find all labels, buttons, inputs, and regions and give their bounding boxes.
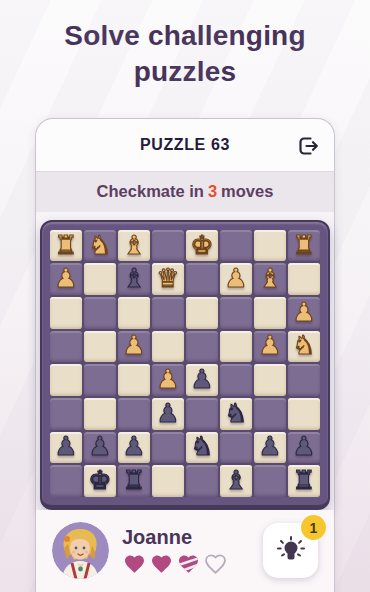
square-g4[interactable] <box>84 331 116 363</box>
square-e8[interactable] <box>152 465 184 497</box>
square-a4[interactable]: ♞ <box>288 331 320 363</box>
goal-moves-count: 3 <box>208 182 217 201</box>
black-pawn-piece: ♟ <box>156 400 179 426</box>
square-e6[interactable]: ♟ <box>152 398 184 430</box>
square-d8[interactable] <box>186 465 218 497</box>
goal-text-suffix: moves <box>221 182 273 201</box>
lightbulb-icon <box>274 534 308 568</box>
square-e2[interactable]: ♛ <box>152 263 184 295</box>
chess-board: ♜♞♝♚♜♟♝♛♟♝♟♟♟♞♟♟♟♞♟♟♟♞♟♟♚♜♝♜ <box>40 220 330 510</box>
white-pawn-piece: ♟ <box>122 332 145 358</box>
black-knight-piece: ♞ <box>224 400 247 426</box>
square-a6[interactable] <box>288 398 320 430</box>
square-b6[interactable] <box>254 398 286 430</box>
page-title-line1: Solve challenging <box>10 18 360 54</box>
black-bishop-piece: ♝ <box>122 265 145 291</box>
puzzle-number-label: PUZZLE 63 <box>140 136 230 154</box>
square-d7[interactable]: ♞ <box>186 432 218 464</box>
heart-filled-icon <box>122 552 147 575</box>
square-b1[interactable] <box>254 230 286 262</box>
goal-text-prefix: Checkmate in <box>97 182 204 201</box>
square-h4[interactable] <box>50 331 82 363</box>
square-f4[interactable]: ♟ <box>118 331 150 363</box>
square-b3[interactable] <box>254 297 286 329</box>
white-knight-piece: ♞ <box>292 332 315 358</box>
black-pawn-piece: ♟ <box>54 433 77 459</box>
board-section: ♜♞♝♚♜♟♝♛♟♝♟♟♟♞♟♟♟♞♟♟♟♞♟♟♚♜♝♜ <box>36 212 334 510</box>
white-rook-piece: ♜ <box>292 232 315 258</box>
square-h6[interactable] <box>50 398 82 430</box>
square-g7[interactable]: ♟ <box>84 432 116 464</box>
square-e1[interactable] <box>152 230 184 262</box>
white-pawn-piece: ♟ <box>258 332 281 358</box>
black-king-piece: ♚ <box>88 467 111 493</box>
square-a1[interactable]: ♜ <box>288 230 320 262</box>
white-knight-piece: ♞ <box>88 232 111 258</box>
square-a8[interactable]: ♜ <box>288 465 320 497</box>
square-f2[interactable]: ♝ <box>118 263 150 295</box>
heart-filled-icon <box>149 552 174 575</box>
square-f6[interactable] <box>118 398 150 430</box>
black-pawn-piece: ♟ <box>258 433 281 459</box>
black-pawn-piece: ♟ <box>88 433 111 459</box>
square-e5[interactable]: ♟ <box>152 364 184 396</box>
square-b8[interactable] <box>254 465 286 497</box>
black-pawn-piece: ♟ <box>190 366 213 392</box>
page-title-line2: puzzles <box>10 54 360 90</box>
app-screen: { "page": { "title_line1": "Solve challe… <box>0 0 370 592</box>
square-d5[interactable]: ♟ <box>186 364 218 396</box>
player-info: Joanne <box>122 526 228 575</box>
page-title: Solve challenging puzzles <box>10 18 360 90</box>
square-d6[interactable] <box>186 398 218 430</box>
square-b4[interactable]: ♟ <box>254 331 286 363</box>
lives-hearts <box>122 552 228 575</box>
heart-empty-icon <box>203 552 228 575</box>
square-b7[interactable]: ♟ <box>254 432 286 464</box>
heart-striped-icon <box>176 552 201 575</box>
square-d4[interactable] <box>186 331 218 363</box>
square-c8[interactable]: ♝ <box>220 465 252 497</box>
square-h5[interactable] <box>50 364 82 396</box>
black-pawn-piece: ♟ <box>122 433 145 459</box>
square-f5[interactable] <box>118 364 150 396</box>
square-g8[interactable]: ♚ <box>84 465 116 497</box>
white-bishop-piece: ♝ <box>122 232 145 258</box>
square-a2[interactable] <box>288 263 320 295</box>
square-c6[interactable]: ♞ <box>220 398 252 430</box>
square-f7[interactable]: ♟ <box>118 432 150 464</box>
square-h1[interactable]: ♜ <box>50 230 82 262</box>
white-pawn-piece: ♟ <box>224 265 247 291</box>
square-h3[interactable] <box>50 297 82 329</box>
square-e7[interactable] <box>152 432 184 464</box>
black-bishop-piece: ♝ <box>224 467 247 493</box>
square-c7[interactable] <box>220 432 252 464</box>
white-pawn-piece: ♟ <box>156 366 179 392</box>
puzzle-card: PUZZLE 63 Checkmate in 3 moves ♜♞♝♚♜♟♝♛♟… <box>35 118 335 592</box>
square-d1[interactable]: ♚ <box>186 230 218 262</box>
white-pawn-piece: ♟ <box>292 299 315 325</box>
square-c3[interactable] <box>220 297 252 329</box>
square-g2[interactable] <box>84 263 116 295</box>
square-c2[interactable]: ♟ <box>220 263 252 295</box>
white-rook-piece: ♜ <box>54 232 77 258</box>
export-icon <box>296 135 320 157</box>
square-e4[interactable] <box>152 331 184 363</box>
puzzle-goal-banner: Checkmate in 3 moves <box>36 172 334 212</box>
square-c1[interactable] <box>220 230 252 262</box>
square-f8[interactable]: ♜ <box>118 465 150 497</box>
hint-count-badge: 1 <box>301 515 326 540</box>
chess-board-grid: ♜♞♝♚♜♟♝♛♟♝♟♟♟♞♟♟♟♞♟♟♟♞♟♟♚♜♝♜ <box>50 230 320 497</box>
black-rook-piece: ♜ <box>292 467 315 493</box>
puzzle-card-header: PUZZLE 63 <box>36 119 334 172</box>
square-g3[interactable] <box>84 297 116 329</box>
black-pawn-piece: ♟ <box>292 433 315 459</box>
avatar <box>52 522 109 579</box>
black-knight-piece: ♞ <box>190 433 213 459</box>
black-rook-piece: ♜ <box>122 467 145 493</box>
square-e3[interactable] <box>152 297 184 329</box>
exit-puzzle-button[interactable] <box>294 133 322 159</box>
square-a7[interactable]: ♟ <box>288 432 320 464</box>
white-queen-piece: ♛ <box>156 265 179 291</box>
white-bishop-piece: ♝ <box>258 265 281 291</box>
square-b2[interactable]: ♝ <box>254 263 286 295</box>
square-d2[interactable] <box>186 263 218 295</box>
square-c5[interactable] <box>220 364 252 396</box>
square-h8[interactable] <box>50 465 82 497</box>
square-a3[interactable]: ♟ <box>288 297 320 329</box>
square-g6[interactable] <box>84 398 116 430</box>
square-f1[interactable]: ♝ <box>118 230 150 262</box>
square-g5[interactable] <box>84 364 116 396</box>
square-a5[interactable] <box>288 364 320 396</box>
square-b5[interactable] <box>254 364 286 396</box>
hint-button[interactable]: 1 <box>263 523 318 578</box>
square-f3[interactable] <box>118 297 150 329</box>
square-d3[interactable] <box>186 297 218 329</box>
square-h7[interactable]: ♟ <box>50 432 82 464</box>
white-king-piece: ♚ <box>190 232 213 258</box>
square-g1[interactable]: ♞ <box>84 230 116 262</box>
square-c4[interactable] <box>220 331 252 363</box>
player-bar: Joanne 1 <box>36 510 334 592</box>
square-h2[interactable]: ♟ <box>50 263 82 295</box>
player-name: Joanne <box>122 526 228 549</box>
white-pawn-piece: ♟ <box>54 265 77 291</box>
